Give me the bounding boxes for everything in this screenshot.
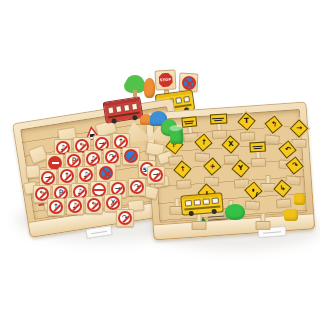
sign-face: → — [41, 171, 55, 185]
pedestrian-icon — [255, 192, 258, 197]
sign-face: ↑ — [60, 169, 74, 183]
no-entry-bar-icon — [52, 162, 59, 164]
plate-text-line — [214, 119, 222, 120]
diamond-sign-face: X — [221, 135, 239, 153]
tree-foliage — [126, 75, 144, 91]
sign-face: ↷ — [130, 180, 144, 194]
yellow-plate-face — [181, 116, 197, 128]
slash-icon — [126, 151, 138, 163]
bus-window — [131, 102, 138, 110]
sign-face: ♪ — [79, 168, 93, 182]
tree-piece-green — [126, 75, 144, 97]
pedestrian-icon — [252, 189, 254, 192]
sign-symbol-icon: ↷ — [291, 162, 298, 170]
bus-window — [194, 199, 201, 206]
sign-symbol-icon: T — [243, 118, 248, 125]
stop-sign-text: STOP — [160, 78, 171, 83]
sign-face: ↷ — [118, 211, 132, 225]
yellow-plate-face — [249, 142, 266, 153]
diamond-sign-face: + — [203, 157, 221, 175]
yellow-plate-sign — [248, 140, 267, 168]
sign-plate: STOP — [154, 69, 176, 90]
diamond-sign-face: ↰ — [264, 115, 282, 133]
diamond-sign-face: T — [237, 112, 255, 130]
sign-stand — [275, 198, 291, 208]
diamond-sign-face: ↳ — [273, 179, 291, 197]
round-sign-block: ↷ — [116, 209, 134, 227]
diamond-sign-face: → — [289, 119, 307, 137]
stop-sign-icon: STOP — [158, 73, 173, 88]
round-sign-block: → — [147, 166, 165, 184]
round-sign-block: ↰ — [85, 196, 103, 214]
sign-symbol-icon: ↶ — [284, 146, 290, 153]
sign-stand — [191, 221, 206, 230]
sign-symbol-icon: ↳ — [279, 185, 285, 192]
slash-icon — [101, 168, 113, 180]
green-tree-piece — [225, 204, 245, 220]
bus-window — [203, 199, 210, 206]
sign-symbol-icon: ↰ — [270, 121, 277, 129]
round-sign-block: ↷ — [128, 178, 146, 196]
round-sign-block: ↑ — [47, 198, 65, 216]
red-text-line — [99, 189, 104, 191]
sign-face: → — [149, 168, 163, 182]
cylinder-top — [169, 125, 182, 132]
sign-face: ↑ — [49, 200, 63, 214]
sign-stand — [255, 221, 270, 230]
diamond-sign-face — [244, 181, 262, 199]
sticker-text-line — [91, 230, 108, 234]
diamond-sign-branch: ↳ — [273, 180, 292, 208]
sign-face — [124, 149, 138, 163]
diamond-sign-face: ↶ — [278, 140, 296, 158]
bus-window — [115, 105, 122, 113]
diamond-sign-face: ↑ — [194, 133, 212, 151]
diamond-sign-ahead: ↑ — [173, 161, 192, 189]
diamond-sign-crossroads: + — [202, 159, 220, 187]
stop-sign-standing: STOP — [154, 69, 176, 90]
sign-face: ↰ — [87, 198, 101, 212]
diamond-sign-t-junction: T — [237, 113, 256, 141]
yellow-piece — [294, 194, 305, 205]
bus-window — [185, 200, 192, 207]
diamond-sign-face: ↑ — [173, 160, 191, 178]
green-cylinder-piece — [169, 127, 183, 145]
sign-face: ↷ — [105, 150, 119, 164]
sign-face: X — [106, 196, 120, 210]
sign-symbol-icon: ↑ — [200, 139, 206, 146]
bus-window — [175, 97, 182, 104]
sign-symbol-icon: + — [209, 163, 215, 170]
sign-face — [99, 166, 113, 180]
sticker-text-line — [263, 231, 281, 233]
yellow-piece — [284, 209, 298, 221]
sign-symbol-icon: X — [227, 141, 233, 148]
no-stopping-sign-icon — [181, 75, 196, 90]
empty-sign-stand — [254, 203, 271, 230]
figure-piece-orange — [144, 78, 155, 98]
plate-text-line — [185, 122, 192, 124]
bus-window — [211, 198, 218, 205]
school-bus-yellow-in-tray — [180, 192, 224, 216]
diamond-sign-face: ↷ — [285, 156, 303, 174]
logo-text-line — [208, 218, 228, 220]
plate-text-line — [254, 147, 262, 148]
sign-symbol-icon: → — [296, 125, 302, 132]
sign-symbol-icon: Y — [237, 165, 243, 172]
bus-window — [123, 104, 130, 112]
bus-window — [183, 95, 190, 102]
yellow-plate-face — [209, 114, 227, 125]
bus-window — [107, 106, 114, 114]
product-photo-scene: STOP♪↰→↑P♪↷→↑♪50↰P♪→↷↑♪↰X↷→T↰→↱↑X↶↑+Y↷Y↳ — [0, 0, 320, 320]
diamond-sign-face: Y — [231, 159, 249, 177]
sign-symbol-icon: ↑ — [179, 166, 185, 173]
sign-face: ♪ — [68, 199, 82, 213]
round-sign-block: ♪ — [66, 197, 84, 215]
